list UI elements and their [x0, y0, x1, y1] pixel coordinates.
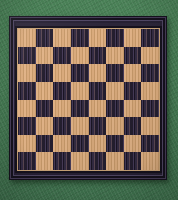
- square-f8[interactable]: [106, 29, 124, 47]
- square-d2[interactable]: [71, 135, 89, 153]
- square-b3[interactable]: [36, 117, 54, 135]
- square-f3[interactable]: [106, 117, 124, 135]
- square-d4[interactable]: [71, 100, 89, 118]
- square-d5[interactable]: [71, 82, 89, 100]
- square-a7[interactable]: [18, 47, 36, 65]
- square-f7[interactable]: [106, 47, 124, 65]
- square-b1[interactable]: [36, 152, 54, 170]
- square-e7[interactable]: [89, 47, 107, 65]
- square-a3[interactable]: [18, 117, 36, 135]
- square-c5[interactable]: [53, 82, 71, 100]
- square-f1[interactable]: [106, 152, 124, 170]
- square-h4[interactable]: [141, 100, 159, 118]
- square-f6[interactable]: [106, 64, 124, 82]
- square-h6[interactable]: [141, 64, 159, 82]
- square-g7[interactable]: [124, 47, 142, 65]
- square-h7[interactable]: [141, 47, 159, 65]
- square-d1[interactable]: [71, 152, 89, 170]
- square-e1[interactable]: [89, 152, 107, 170]
- square-c2[interactable]: [53, 135, 71, 153]
- square-h3[interactable]: [141, 117, 159, 135]
- square-c4[interactable]: [53, 100, 71, 118]
- square-a4[interactable]: [18, 100, 36, 118]
- square-h1[interactable]: [141, 152, 159, 170]
- square-e6[interactable]: [89, 64, 107, 82]
- square-d8[interactable]: [71, 29, 89, 47]
- square-f4[interactable]: [106, 100, 124, 118]
- square-e2[interactable]: [89, 135, 107, 153]
- playing-area: [17, 28, 160, 171]
- square-c3[interactable]: [53, 117, 71, 135]
- square-g2[interactable]: [124, 135, 142, 153]
- square-b8[interactable]: [36, 29, 54, 47]
- square-a8[interactable]: [18, 29, 36, 47]
- square-g5[interactable]: [124, 82, 142, 100]
- square-g3[interactable]: [124, 117, 142, 135]
- square-d7[interactable]: [71, 47, 89, 65]
- square-g4[interactable]: [124, 100, 142, 118]
- square-e3[interactable]: [89, 117, 107, 135]
- square-a5[interactable]: [18, 82, 36, 100]
- square-d6[interactable]: [71, 64, 89, 82]
- square-b6[interactable]: [36, 64, 54, 82]
- square-h5[interactable]: [141, 82, 159, 100]
- square-e5[interactable]: [89, 82, 107, 100]
- square-a1[interactable]: [18, 152, 36, 170]
- square-g1[interactable]: [124, 152, 142, 170]
- square-c8[interactable]: [53, 29, 71, 47]
- square-a2[interactable]: [18, 135, 36, 153]
- square-f5[interactable]: [106, 82, 124, 100]
- square-b5[interactable]: [36, 82, 54, 100]
- square-b2[interactable]: [36, 135, 54, 153]
- square-a6[interactable]: [18, 64, 36, 82]
- square-c6[interactable]: [53, 64, 71, 82]
- square-e4[interactable]: [89, 100, 107, 118]
- chessboard: [9, 16, 167, 180]
- square-f2[interactable]: [106, 135, 124, 153]
- square-d3[interactable]: [71, 117, 89, 135]
- square-c1[interactable]: [53, 152, 71, 170]
- square-h8[interactable]: [141, 29, 159, 47]
- square-b7[interactable]: [36, 47, 54, 65]
- square-c7[interactable]: [53, 47, 71, 65]
- square-b4[interactable]: [36, 100, 54, 118]
- felt-background: [0, 0, 178, 200]
- square-g6[interactable]: [124, 64, 142, 82]
- square-g8[interactable]: [124, 29, 142, 47]
- square-e8[interactable]: [89, 29, 107, 47]
- square-h2[interactable]: [141, 135, 159, 153]
